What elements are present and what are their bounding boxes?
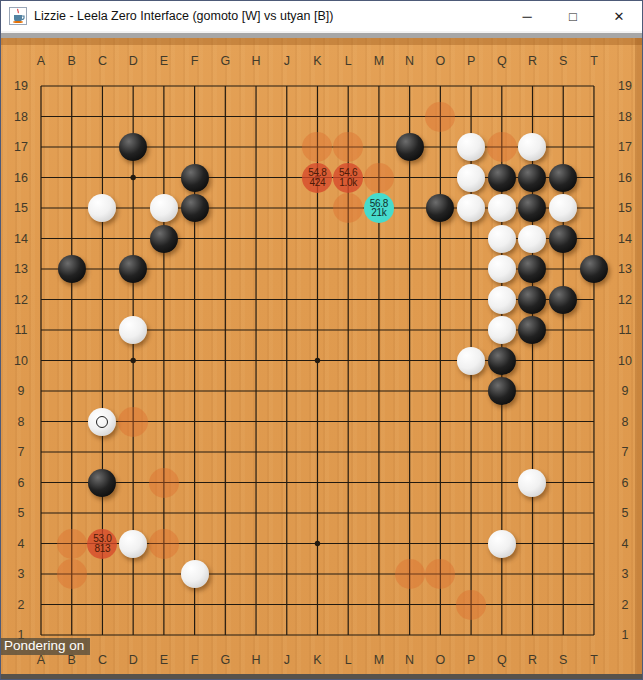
board-cell[interactable] — [271, 376, 302, 407]
board-cell[interactable] — [333, 467, 364, 498]
board-cell[interactable] — [364, 589, 395, 620]
board-cell[interactable] — [271, 345, 302, 376]
board-cell[interactable] — [210, 223, 241, 254]
board-cell[interactable] — [179, 223, 210, 254]
board-cell[interactable] — [26, 132, 57, 163]
board-cell[interactable] — [210, 437, 241, 468]
board-cell[interactable] — [456, 71, 487, 102]
board-cell[interactable] — [364, 498, 395, 529]
board-cell[interactable] — [579, 589, 610, 620]
board-cell[interactable] — [548, 71, 579, 102]
board-cell[interactable] — [394, 620, 425, 651]
board-cell[interactable] — [579, 437, 610, 468]
board-cell[interactable] — [579, 559, 610, 590]
board-cell[interactable] — [118, 559, 149, 590]
board-cell[interactable] — [87, 315, 118, 346]
board-cell[interactable] — [548, 467, 579, 498]
board-cell[interactable] — [241, 223, 272, 254]
board-cell[interactable] — [364, 528, 395, 559]
board-cell[interactable] — [179, 620, 210, 651]
board-cell[interactable] — [149, 223, 180, 254]
board-cell[interactable] — [579, 467, 610, 498]
board-cell[interactable] — [149, 498, 180, 529]
board-cell[interactable] — [517, 437, 548, 468]
board-cell[interactable] — [118, 223, 149, 254]
board-cell[interactable] — [149, 193, 180, 224]
board-cell[interactable] — [149, 162, 180, 193]
board-cell[interactable] — [486, 162, 517, 193]
board-cell[interactable] — [394, 132, 425, 163]
board-cell[interactable] — [56, 376, 87, 407]
board-cell[interactable] — [241, 193, 272, 224]
board-cell[interactable] — [517, 254, 548, 285]
board-cell[interactable] — [118, 132, 149, 163]
board-cell[interactable] — [56, 101, 87, 132]
board-cell[interactable] — [333, 437, 364, 468]
board-cell[interactable] — [302, 71, 333, 102]
board-cell[interactable] — [579, 101, 610, 132]
considered-move[interactable] — [118, 407, 148, 437]
maximize-button[interactable]: □ — [550, 1, 596, 31]
minimize-button[interactable]: ─ — [504, 1, 550, 31]
board-cell[interactable] — [56, 193, 87, 224]
board-cell[interactable] — [271, 71, 302, 102]
board-cell[interactable] — [149, 315, 180, 346]
considered-move[interactable] — [456, 590, 486, 620]
board-cell[interactable] — [456, 437, 487, 468]
board-cell[interactable] — [517, 528, 548, 559]
board-cell[interactable] — [149, 528, 180, 559]
board-cell[interactable] — [486, 620, 517, 651]
board-cell[interactable] — [579, 620, 610, 651]
board-cell[interactable] — [425, 132, 456, 163]
considered-move[interactable] — [57, 559, 87, 589]
board-cell[interactable] — [26, 406, 57, 437]
board-cell[interactable] — [517, 132, 548, 163]
board-cell[interactable] — [394, 315, 425, 346]
board-cell[interactable] — [241, 559, 272, 590]
board-cell[interactable] — [425, 193, 456, 224]
board-cell[interactable] — [486, 406, 517, 437]
board-cell[interactable] — [517, 559, 548, 590]
board-cell[interactable] — [425, 589, 456, 620]
board-cell[interactable] — [118, 101, 149, 132]
considered-move[interactable] — [364, 163, 394, 193]
considered-move[interactable] — [149, 468, 179, 498]
board-cell[interactable] — [302, 284, 333, 315]
board-cell[interactable] — [271, 162, 302, 193]
board-cell[interactable] — [425, 101, 456, 132]
board-cell[interactable] — [425, 71, 456, 102]
board-cell[interactable] — [333, 284, 364, 315]
board-cell[interactable] — [87, 406, 118, 437]
board-cell[interactable] — [486, 284, 517, 315]
board-cell[interactable] — [486, 193, 517, 224]
considered-move[interactable] — [149, 529, 179, 559]
board-cell[interactable] — [271, 559, 302, 590]
board-cell[interactable] — [394, 193, 425, 224]
board-cell[interactable] — [425, 437, 456, 468]
board-cell[interactable]: 54.8424 — [302, 162, 333, 193]
board-cell[interactable] — [579, 406, 610, 437]
board-cell[interactable] — [302, 254, 333, 285]
board-cell[interactable] — [548, 315, 579, 346]
board-cell[interactable] — [456, 162, 487, 193]
board-cell[interactable] — [26, 467, 57, 498]
board-cell[interactable] — [271, 437, 302, 468]
board-cell[interactable] — [517, 406, 548, 437]
board-cell[interactable] — [26, 315, 57, 346]
board-cell[interactable] — [241, 132, 272, 163]
board-cell[interactable] — [517, 315, 548, 346]
board-cell[interactable] — [26, 193, 57, 224]
board-cell[interactable] — [26, 162, 57, 193]
board-cell[interactable] — [364, 71, 395, 102]
board-cell[interactable] — [579, 193, 610, 224]
board-cell[interactable] — [517, 223, 548, 254]
board-cell[interactable] — [517, 498, 548, 529]
board-cell[interactable] — [333, 132, 364, 163]
board-cell[interactable] — [302, 101, 333, 132]
board-cell[interactable] — [425, 162, 456, 193]
board-cell[interactable] — [56, 528, 87, 559]
board-cell[interactable] — [302, 559, 333, 590]
board-cell[interactable] — [302, 315, 333, 346]
board-cell[interactable] — [456, 467, 487, 498]
board-cell[interactable] — [179, 315, 210, 346]
board-cell[interactable] — [486, 254, 517, 285]
board-cell[interactable] — [364, 101, 395, 132]
board-cell[interactable] — [394, 71, 425, 102]
board-cell[interactable] — [26, 589, 57, 620]
board-cell[interactable] — [486, 589, 517, 620]
considered-move[interactable] — [333, 193, 363, 223]
board-cell[interactable] — [56, 132, 87, 163]
board-cell[interactable] — [271, 620, 302, 651]
board-cell[interactable] — [302, 498, 333, 529]
board-cell[interactable] — [364, 437, 395, 468]
board-cell[interactable] — [394, 223, 425, 254]
board-cell[interactable] — [333, 193, 364, 224]
board-cell[interactable] — [394, 376, 425, 407]
board-cell[interactable] — [210, 467, 241, 498]
board-cell[interactable] — [486, 71, 517, 102]
board-cell[interactable] — [87, 254, 118, 285]
board-cell[interactable] — [241, 528, 272, 559]
board-cell[interactable] — [271, 101, 302, 132]
board-cell[interactable] — [394, 589, 425, 620]
board-cell[interactable] — [579, 284, 610, 315]
board-cell[interactable] — [394, 101, 425, 132]
board-cell[interactable] — [87, 101, 118, 132]
board-cell[interactable] — [302, 376, 333, 407]
board-cell[interactable] — [271, 406, 302, 437]
board-cell[interactable] — [210, 71, 241, 102]
board-cell[interactable] — [56, 559, 87, 590]
board-cell[interactable] — [118, 315, 149, 346]
board-cell[interactable] — [456, 345, 487, 376]
board-cell[interactable] — [56, 162, 87, 193]
board-cell[interactable] — [26, 284, 57, 315]
board-cell[interactable] — [517, 162, 548, 193]
board-cell[interactable] — [241, 467, 272, 498]
board-cell[interactable] — [179, 132, 210, 163]
board-cell[interactable] — [241, 71, 272, 102]
board-cell[interactable] — [210, 498, 241, 529]
board-cell[interactable] — [149, 620, 180, 651]
board-cell[interactable] — [87, 620, 118, 651]
board-cell[interactable] — [486, 559, 517, 590]
board-cell[interactable] — [579, 223, 610, 254]
board-cell[interactable] — [87, 162, 118, 193]
board-cell[interactable] — [241, 589, 272, 620]
board-cell[interactable] — [486, 528, 517, 559]
considered-move[interactable] — [57, 529, 87, 559]
board-cell[interactable] — [302, 620, 333, 651]
board-cell[interactable] — [26, 376, 57, 407]
board-cell[interactable] — [394, 406, 425, 437]
board-cell[interactable] — [302, 132, 333, 163]
board-cell[interactable] — [425, 254, 456, 285]
board-cell[interactable] — [548, 193, 579, 224]
board-cell[interactable] — [56, 223, 87, 254]
board-cell[interactable] — [579, 345, 610, 376]
board-cell[interactable] — [118, 71, 149, 102]
board-cell[interactable] — [517, 193, 548, 224]
board-cell[interactable] — [179, 162, 210, 193]
board-cell[interactable] — [56, 437, 87, 468]
title-bar[interactable]: Lizzie - Leela Zero Interface (gomoto [W… — [1, 1, 642, 31]
board-cell[interactable] — [87, 345, 118, 376]
board-cell[interactable] — [333, 71, 364, 102]
board-cell[interactable] — [517, 620, 548, 651]
board-cell[interactable] — [179, 528, 210, 559]
board-cell[interactable] — [579, 498, 610, 529]
go-board[interactable]: 54.842454.61.0k56.821k53.0813 Pondering … — [1, 38, 643, 680]
board-cell[interactable] — [425, 528, 456, 559]
board-cell[interactable] — [179, 406, 210, 437]
board-cell[interactable] — [241, 376, 272, 407]
board-cell[interactable] — [486, 376, 517, 407]
board-cell[interactable] — [26, 437, 57, 468]
board-cell[interactable] — [579, 71, 610, 102]
best-move-suggestion[interactable]: 56.821k — [364, 193, 394, 223]
board-cell[interactable] — [517, 71, 548, 102]
board-cell[interactable] — [333, 498, 364, 529]
board-cell[interactable] — [364, 345, 395, 376]
board-cell[interactable] — [241, 406, 272, 437]
board-cell[interactable] — [179, 254, 210, 285]
board-cell[interactable]: 56.821k — [364, 193, 395, 224]
board-cell[interactable] — [87, 132, 118, 163]
board-cell[interactable] — [548, 223, 579, 254]
board-cell[interactable] — [425, 498, 456, 529]
board-cell[interactable] — [456, 376, 487, 407]
board-cell[interactable] — [241, 254, 272, 285]
board-cell[interactable] — [333, 345, 364, 376]
candidate-move[interactable]: 53.0813 — [87, 529, 117, 559]
board-cell[interactable] — [333, 589, 364, 620]
board-cell[interactable] — [149, 376, 180, 407]
board-cell[interactable] — [364, 406, 395, 437]
considered-move[interactable] — [425, 559, 455, 589]
board-cell[interactable] — [364, 223, 395, 254]
board-cell[interactable] — [149, 254, 180, 285]
board-cell[interactable] — [579, 528, 610, 559]
considered-move[interactable] — [333, 132, 363, 162]
board-cell[interactable] — [149, 284, 180, 315]
board-cell[interactable] — [486, 101, 517, 132]
board-cell[interactable] — [26, 559, 57, 590]
board-cell[interactable] — [210, 528, 241, 559]
board-cell[interactable] — [456, 315, 487, 346]
board-cell[interactable] — [118, 162, 149, 193]
board-cell[interactable] — [456, 528, 487, 559]
board-cell[interactable] — [456, 193, 487, 224]
board-cell[interactable] — [149, 589, 180, 620]
board-cell[interactable] — [210, 254, 241, 285]
board-cell[interactable] — [271, 254, 302, 285]
board-cell[interactable] — [87, 284, 118, 315]
board-cell[interactable] — [210, 315, 241, 346]
board-cell[interactable] — [118, 498, 149, 529]
board-cell[interactable] — [425, 376, 456, 407]
board-cell[interactable] — [179, 71, 210, 102]
board-cell[interactable] — [56, 498, 87, 529]
board-cell[interactable] — [241, 101, 272, 132]
board-cell[interactable] — [333, 254, 364, 285]
board-cell[interactable] — [364, 162, 395, 193]
board-cell[interactable] — [118, 284, 149, 315]
board-cell[interactable] — [118, 528, 149, 559]
board-cell[interactable] — [517, 376, 548, 407]
board-cell[interactable] — [210, 376, 241, 407]
board-cell[interactable] — [210, 101, 241, 132]
board-cell[interactable] — [548, 498, 579, 529]
board-cell[interactable] — [241, 498, 272, 529]
board-cell[interactable] — [271, 284, 302, 315]
board-cell[interactable] — [149, 71, 180, 102]
considered-move[interactable] — [425, 102, 455, 132]
board-cell[interactable] — [56, 254, 87, 285]
board-cell[interactable] — [87, 498, 118, 529]
board-cell[interactable] — [425, 559, 456, 590]
board-cell[interactable] — [26, 223, 57, 254]
board-cell[interactable] — [241, 315, 272, 346]
board-cell[interactable] — [333, 101, 364, 132]
board-cell[interactable] — [149, 437, 180, 468]
board-cell[interactable] — [210, 589, 241, 620]
board-cell[interactable] — [517, 101, 548, 132]
board-cell[interactable] — [56, 71, 87, 102]
board-cell[interactable] — [149, 559, 180, 590]
board-cell[interactable] — [517, 284, 548, 315]
board-cell[interactable] — [394, 254, 425, 285]
board-cell[interactable] — [26, 345, 57, 376]
board-cell[interactable] — [486, 467, 517, 498]
board-cell[interactable] — [241, 620, 272, 651]
board-cell[interactable] — [179, 193, 210, 224]
board-cell[interactable] — [118, 620, 149, 651]
board-cell[interactable] — [517, 589, 548, 620]
board-cell[interactable] — [271, 528, 302, 559]
board-cell[interactable] — [548, 101, 579, 132]
board-cell[interactable] — [333, 620, 364, 651]
board-cell[interactable] — [394, 345, 425, 376]
considered-move[interactable] — [302, 132, 332, 162]
considered-move[interactable] — [487, 132, 517, 162]
board-cell[interactable] — [456, 620, 487, 651]
board-cell[interactable] — [302, 345, 333, 376]
board-cell[interactable] — [394, 528, 425, 559]
board-cell[interactable] — [87, 437, 118, 468]
board-cell[interactable] — [425, 284, 456, 315]
close-button[interactable]: ✕ — [596, 1, 642, 31]
board-cell[interactable] — [210, 132, 241, 163]
board-cell[interactable] — [394, 498, 425, 529]
board-cell[interactable] — [548, 406, 579, 437]
board-cell[interactable] — [548, 620, 579, 651]
board-cell[interactable] — [271, 193, 302, 224]
board-cell[interactable] — [425, 406, 456, 437]
board-cell[interactable] — [179, 559, 210, 590]
board-cell[interactable] — [486, 437, 517, 468]
board-cell[interactable] — [26, 101, 57, 132]
board-cell[interactable] — [394, 162, 425, 193]
board-cell[interactable] — [456, 223, 487, 254]
board-cell[interactable] — [210, 193, 241, 224]
board-cell[interactable] — [241, 284, 272, 315]
board-cell[interactable] — [394, 284, 425, 315]
board-cell[interactable] — [333, 559, 364, 590]
board-cell[interactable] — [210, 406, 241, 437]
board-cell[interactable] — [364, 559, 395, 590]
board-cell[interactable] — [456, 101, 487, 132]
board-cell[interactable] — [149, 101, 180, 132]
board-cell[interactable] — [241, 345, 272, 376]
board-cell[interactable] — [210, 620, 241, 651]
board-cell[interactable] — [118, 345, 149, 376]
board-cell[interactable] — [548, 376, 579, 407]
candidate-move[interactable]: 54.8424 — [302, 163, 332, 193]
board-cell[interactable]: 53.0813 — [87, 528, 118, 559]
board-cell[interactable] — [271, 498, 302, 529]
board-cell[interactable] — [486, 498, 517, 529]
board-cell[interactable] — [149, 406, 180, 437]
board-cell[interactable] — [271, 132, 302, 163]
board-cell[interactable] — [118, 376, 149, 407]
board-cell[interactable] — [302, 437, 333, 468]
board-cell[interactable] — [241, 437, 272, 468]
considered-move[interactable] — [395, 559, 425, 589]
board-cell[interactable] — [333, 223, 364, 254]
board-cell[interactable] — [56, 467, 87, 498]
board-cell[interactable] — [56, 406, 87, 437]
board-cell[interactable] — [548, 589, 579, 620]
board-cell[interactable] — [364, 376, 395, 407]
board-cell[interactable] — [87, 71, 118, 102]
board-cell[interactable] — [364, 132, 395, 163]
board-cell[interactable] — [394, 467, 425, 498]
board-cell[interactable] — [149, 345, 180, 376]
board-cell[interactable] — [548, 345, 579, 376]
board-cell[interactable] — [118, 437, 149, 468]
board-cell[interactable] — [302, 406, 333, 437]
board-cell[interactable] — [517, 345, 548, 376]
board-cell[interactable] — [302, 467, 333, 498]
board-cell[interactable] — [241, 162, 272, 193]
board-cell[interactable] — [56, 315, 87, 346]
